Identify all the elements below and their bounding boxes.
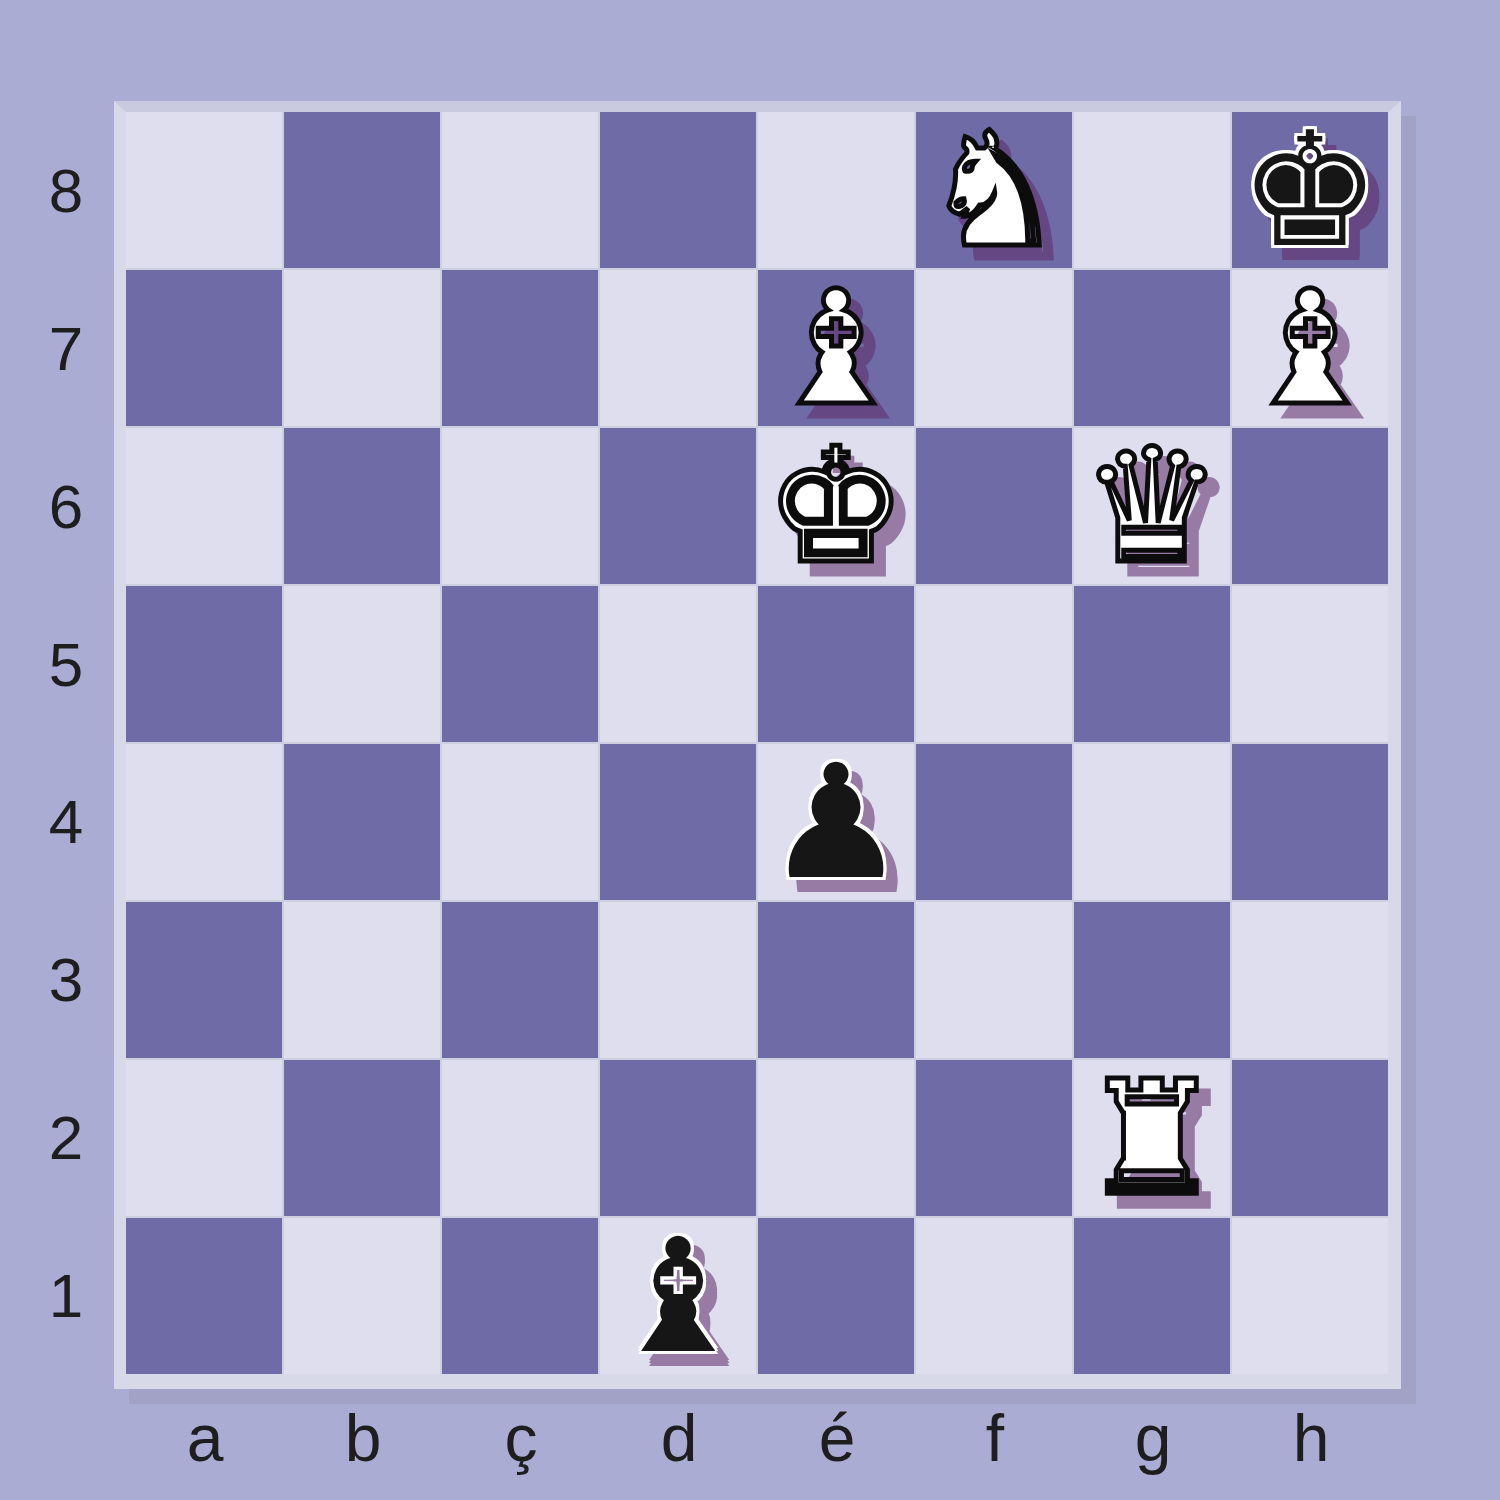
rank-label-4: 4: [28, 743, 104, 901]
square-c2[interactable]: [442, 1060, 598, 1216]
square-d2[interactable]: [600, 1060, 756, 1216]
square-a6[interactable]: [126, 428, 282, 584]
white-queen[interactable]: ♛: [1074, 428, 1230, 584]
square-a4[interactable]: [126, 744, 282, 900]
rank-label-2: 2: [28, 1059, 104, 1217]
file-label-b: b: [284, 1392, 442, 1484]
file-label-f: f: [916, 1392, 1074, 1484]
black-pawn[interactable]: ♟: [758, 744, 914, 900]
square-c4[interactable]: [442, 744, 598, 900]
square-f7[interactable]: [916, 270, 1072, 426]
chess-diagram: 87654321 ♞♚♝♝♚♛♟♜♝ abçdéfgh: [0, 0, 1500, 1500]
square-e4[interactable]: ♟: [758, 744, 914, 900]
square-f3[interactable]: [916, 902, 1072, 1058]
white-rook[interactable]: ♜: [1074, 1060, 1230, 1216]
square-a8[interactable]: [126, 112, 282, 268]
square-b7[interactable]: [284, 270, 440, 426]
white-knight[interactable]: ♞: [916, 112, 1072, 268]
square-h4[interactable]: [1232, 744, 1388, 900]
square-d4[interactable]: [600, 744, 756, 900]
square-f5[interactable]: [916, 586, 1072, 742]
square-c3[interactable]: [442, 902, 598, 1058]
black-king[interactable]: ♚: [1232, 112, 1388, 268]
square-h2[interactable]: [1232, 1060, 1388, 1216]
square-g3[interactable]: [1074, 902, 1230, 1058]
file-label-e: é: [758, 1392, 916, 1484]
square-e5[interactable]: [758, 586, 914, 742]
square-a7[interactable]: [126, 270, 282, 426]
square-f6[interactable]: [916, 428, 1072, 584]
square-f1[interactable]: [916, 1218, 1072, 1374]
square-e8[interactable]: [758, 112, 914, 268]
square-a5[interactable]: [126, 586, 282, 742]
square-g5[interactable]: [1074, 586, 1230, 742]
square-c6[interactable]: [442, 428, 598, 584]
square-f8[interactable]: ♞: [916, 112, 1072, 268]
square-h5[interactable]: [1232, 586, 1388, 742]
rank-labels: 87654321: [28, 112, 104, 1374]
square-b6[interactable]: [284, 428, 440, 584]
square-b4[interactable]: [284, 744, 440, 900]
board-frame: ♞♚♝♝♚♛♟♜♝: [114, 101, 1401, 1389]
square-d3[interactable]: [600, 902, 756, 1058]
rank-label-1: 1: [28, 1216, 104, 1374]
square-g7[interactable]: [1074, 270, 1230, 426]
rank-label-5: 5: [28, 585, 104, 743]
square-a3[interactable]: [126, 902, 282, 1058]
square-h6[interactable]: [1232, 428, 1388, 584]
chess-board: ♞♚♝♝♚♛♟♜♝: [126, 112, 1388, 1374]
square-b3[interactable]: [284, 902, 440, 1058]
square-e1[interactable]: [758, 1218, 914, 1374]
file-label-d: d: [600, 1392, 758, 1484]
square-h7[interactable]: ♝: [1232, 270, 1388, 426]
square-h1[interactable]: [1232, 1218, 1388, 1374]
square-b2[interactable]: [284, 1060, 440, 1216]
square-d6[interactable]: [600, 428, 756, 584]
file-label-a: a: [126, 1392, 284, 1484]
square-a1[interactable]: [126, 1218, 282, 1374]
square-c7[interactable]: [442, 270, 598, 426]
square-g1[interactable]: [1074, 1218, 1230, 1374]
white-king[interactable]: ♚: [758, 428, 914, 584]
square-e2[interactable]: [758, 1060, 914, 1216]
rank-label-6: 6: [28, 428, 104, 586]
square-g4[interactable]: [1074, 744, 1230, 900]
square-e7[interactable]: ♝: [758, 270, 914, 426]
square-d7[interactable]: [600, 270, 756, 426]
rank-label-8: 8: [28, 112, 104, 270]
square-d8[interactable]: [600, 112, 756, 268]
square-c5[interactable]: [442, 586, 598, 742]
file-label-g: g: [1074, 1392, 1232, 1484]
square-f4[interactable]: [916, 744, 1072, 900]
square-b5[interactable]: [284, 586, 440, 742]
file-label-h: h: [1232, 1392, 1390, 1484]
file-labels: abçdéfgh: [126, 1392, 1390, 1484]
square-g2[interactable]: ♜: [1074, 1060, 1230, 1216]
square-a2[interactable]: [126, 1060, 282, 1216]
black-bishop[interactable]: ♝: [600, 1218, 756, 1374]
square-b8[interactable]: [284, 112, 440, 268]
square-d1[interactable]: ♝: [600, 1218, 756, 1374]
square-d5[interactable]: [600, 586, 756, 742]
white-bishop[interactable]: ♝: [1232, 270, 1388, 426]
square-f2[interactable]: [916, 1060, 1072, 1216]
file-label-c: ç: [442, 1392, 600, 1484]
rank-label-7: 7: [28, 270, 104, 428]
square-h8[interactable]: ♚: [1232, 112, 1388, 268]
square-c8[interactable]: [442, 112, 598, 268]
square-g6[interactable]: ♛: [1074, 428, 1230, 584]
square-e6[interactable]: ♚: [758, 428, 914, 584]
square-c1[interactable]: [442, 1218, 598, 1374]
square-b1[interactable]: [284, 1218, 440, 1374]
square-e3[interactable]: [758, 902, 914, 1058]
square-h3[interactable]: [1232, 902, 1388, 1058]
rank-label-3: 3: [28, 901, 104, 1059]
white-bishop[interactable]: ♝: [758, 270, 914, 426]
square-g8[interactable]: [1074, 112, 1230, 268]
